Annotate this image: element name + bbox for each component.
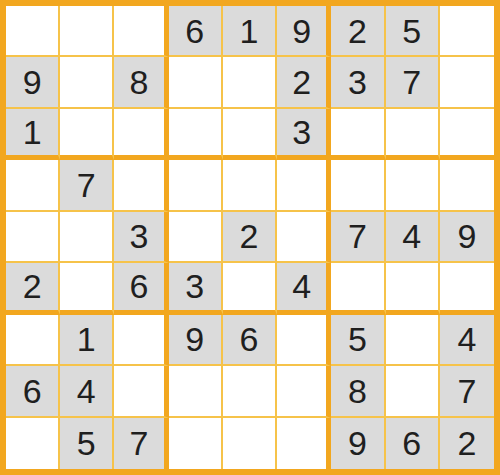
cell-r2c7[interactable]: 3 <box>331 57 385 108</box>
cell-r1c8[interactable]: 5 <box>386 6 440 57</box>
cell-r5c8[interactable]: 4 <box>386 212 440 263</box>
cell-r5c4[interactable] <box>169 212 223 263</box>
cell-r3c8[interactable] <box>386 109 440 160</box>
cell-r1c4[interactable]: 6 <box>169 6 223 57</box>
cell-r4c2[interactable]: 7 <box>60 160 114 211</box>
cell-r4c4[interactable] <box>169 160 223 211</box>
cell-r9c7[interactable]: 9 <box>331 418 385 469</box>
cell-r9c8[interactable]: 6 <box>386 418 440 469</box>
cell-r3c6[interactable]: 3 <box>277 109 331 160</box>
cell-r9c2[interactable]: 5 <box>60 418 114 469</box>
cell-r9c4[interactable] <box>169 418 223 469</box>
cell-r1c7[interactable]: 2 <box>331 6 385 57</box>
cell-r8c2[interactable]: 4 <box>60 366 114 417</box>
cell-r1c2[interactable] <box>60 6 114 57</box>
cell-r4c7[interactable] <box>331 160 385 211</box>
cell-r1c6[interactable]: 9 <box>277 6 331 57</box>
cell-r2c2[interactable] <box>60 57 114 108</box>
cell-r6c1[interactable]: 2 <box>6 263 60 314</box>
cell-r8c4[interactable] <box>169 366 223 417</box>
cell-r6c7[interactable] <box>331 263 385 314</box>
cell-r6c2[interactable] <box>60 263 114 314</box>
cell-r1c1[interactable] <box>6 6 60 57</box>
cell-r2c1[interactable]: 9 <box>6 57 60 108</box>
cell-r8c3[interactable] <box>114 366 168 417</box>
cell-r3c5[interactable] <box>223 109 277 160</box>
cell-r3c1[interactable]: 1 <box>6 109 60 160</box>
cell-r7c8[interactable] <box>386 315 440 366</box>
cell-r8c5[interactable] <box>223 366 277 417</box>
cell-r9c9[interactable]: 2 <box>440 418 494 469</box>
cell-r7c7[interactable]: 5 <box>331 315 385 366</box>
cell-r5c5[interactable]: 2 <box>223 212 277 263</box>
cell-r4c3[interactable] <box>114 160 168 211</box>
cell-r6c3[interactable]: 6 <box>114 263 168 314</box>
cell-r7c2[interactable]: 1 <box>60 315 114 366</box>
cell-r2c9[interactable] <box>440 57 494 108</box>
cell-r5c3[interactable]: 3 <box>114 212 168 263</box>
cell-r2c6[interactable]: 2 <box>277 57 331 108</box>
cell-r1c9[interactable] <box>440 6 494 57</box>
sudoku-board: 619259823713732749263419654648757962 <box>0 0 500 475</box>
cell-r7c6[interactable] <box>277 315 331 366</box>
cell-r3c7[interactable] <box>331 109 385 160</box>
cell-r1c3[interactable] <box>114 6 168 57</box>
cell-r7c5[interactable]: 6 <box>223 315 277 366</box>
cell-r2c4[interactable] <box>169 57 223 108</box>
cell-r9c1[interactable] <box>6 418 60 469</box>
cell-r7c3[interactable] <box>114 315 168 366</box>
cell-r9c6[interactable] <box>277 418 331 469</box>
cell-r9c3[interactable]: 7 <box>114 418 168 469</box>
cell-r5c7[interactable]: 7 <box>331 212 385 263</box>
cell-r6c4[interactable]: 3 <box>169 263 223 314</box>
cell-r8c6[interactable] <box>277 366 331 417</box>
cell-r5c2[interactable] <box>60 212 114 263</box>
cell-r3c4[interactable] <box>169 109 223 160</box>
cell-r3c3[interactable] <box>114 109 168 160</box>
cell-r5c1[interactable] <box>6 212 60 263</box>
cell-r1c5[interactable]: 1 <box>223 6 277 57</box>
cell-r6c9[interactable] <box>440 263 494 314</box>
cell-r3c9[interactable] <box>440 109 494 160</box>
cell-r7c4[interactable]: 9 <box>169 315 223 366</box>
cell-r9c5[interactable] <box>223 418 277 469</box>
cell-r6c5[interactable] <box>223 263 277 314</box>
cell-r7c9[interactable]: 4 <box>440 315 494 366</box>
cell-r4c1[interactable] <box>6 160 60 211</box>
cell-r6c8[interactable] <box>386 263 440 314</box>
cell-r8c9[interactable]: 7 <box>440 366 494 417</box>
cell-r8c8[interactable] <box>386 366 440 417</box>
cell-r2c8[interactable]: 7 <box>386 57 440 108</box>
cell-r4c9[interactable] <box>440 160 494 211</box>
cell-r8c1[interactable]: 6 <box>6 366 60 417</box>
cell-r2c5[interactable] <box>223 57 277 108</box>
cell-r8c7[interactable]: 8 <box>331 366 385 417</box>
cell-r5c9[interactable]: 9 <box>440 212 494 263</box>
cell-r4c6[interactable] <box>277 160 331 211</box>
cell-r6c6[interactable]: 4 <box>277 263 331 314</box>
cell-r2c3[interactable]: 8 <box>114 57 168 108</box>
cell-r4c8[interactable] <box>386 160 440 211</box>
cell-r3c2[interactable] <box>60 109 114 160</box>
cell-r5c6[interactable] <box>277 212 331 263</box>
cell-r7c1[interactable] <box>6 315 60 366</box>
cell-r4c5[interactable] <box>223 160 277 211</box>
